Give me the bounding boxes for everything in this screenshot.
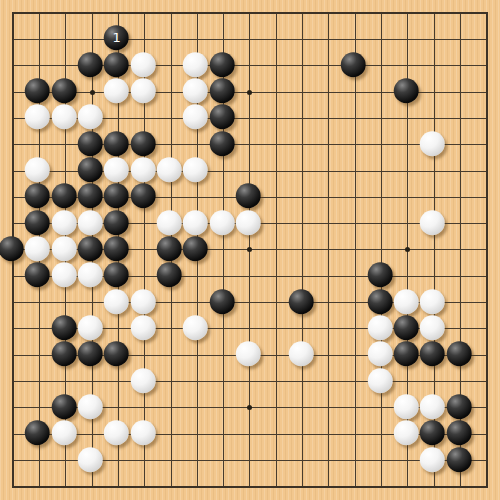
intersection[interactable]: [316, 342, 342, 368]
intersection[interactable]: [316, 263, 342, 289]
intersection[interactable]: [342, 0, 368, 26]
intersection[interactable]: [53, 342, 79, 368]
intersection[interactable]: [211, 237, 237, 263]
intersection[interactable]: [342, 263, 368, 289]
intersection[interactable]: [211, 395, 237, 421]
intersection[interactable]: [237, 158, 263, 184]
intersection[interactable]: [368, 342, 394, 368]
intersection[interactable]: [0, 132, 26, 158]
intersection[interactable]: [184, 158, 210, 184]
intersection[interactable]: [184, 289, 210, 315]
intersection[interactable]: [474, 368, 500, 394]
intersection[interactable]: [447, 211, 473, 237]
intersection[interactable]: [26, 53, 52, 79]
intersection[interactable]: [53, 421, 79, 447]
intersection[interactable]: [26, 342, 52, 368]
intersection[interactable]: [289, 158, 315, 184]
intersection[interactable]: [447, 342, 473, 368]
intersection[interactable]: [211, 158, 237, 184]
intersection[interactable]: [447, 395, 473, 421]
intersection[interactable]: [342, 26, 368, 52]
intersection[interactable]: [158, 368, 184, 394]
intersection[interactable]: [79, 474, 105, 500]
intersection[interactable]: [184, 0, 210, 26]
intersection[interactable]: [342, 368, 368, 394]
intersection[interactable]: [79, 105, 105, 131]
intersection[interactable]: [158, 0, 184, 26]
intersection[interactable]: [211, 263, 237, 289]
intersection[interactable]: [263, 421, 289, 447]
intersection[interactable]: [474, 421, 500, 447]
intersection[interactable]: [79, 184, 105, 210]
intersection[interactable]: [105, 316, 131, 342]
intersection[interactable]: [289, 211, 315, 237]
intersection[interactable]: [0, 53, 26, 79]
intersection[interactable]: [0, 368, 26, 394]
intersection[interactable]: [289, 79, 315, 105]
intersection[interactable]: [53, 395, 79, 421]
intersection[interactable]: [289, 105, 315, 131]
intersection[interactable]: [263, 105, 289, 131]
intersection[interactable]: [289, 447, 315, 473]
intersection[interactable]: [53, 53, 79, 79]
intersection[interactable]: [368, 395, 394, 421]
intersection[interactable]: [184, 184, 210, 210]
intersection[interactable]: [211, 211, 237, 237]
intersection[interactable]: [0, 0, 26, 26]
intersection[interactable]: [26, 395, 52, 421]
intersection[interactable]: [263, 53, 289, 79]
intersection[interactable]: [211, 289, 237, 315]
intersection[interactable]: [368, 79, 394, 105]
intersection[interactable]: [395, 132, 421, 158]
intersection[interactable]: [184, 237, 210, 263]
intersection[interactable]: [342, 342, 368, 368]
intersection[interactable]: [0, 79, 26, 105]
intersection[interactable]: [289, 0, 315, 26]
intersection[interactable]: [132, 421, 158, 447]
intersection[interactable]: [237, 0, 263, 26]
intersection[interactable]: [79, 26, 105, 52]
intersection[interactable]: [395, 237, 421, 263]
intersection[interactable]: [132, 26, 158, 52]
intersection[interactable]: [447, 105, 473, 131]
intersection[interactable]: [53, 316, 79, 342]
intersection[interactable]: [53, 158, 79, 184]
intersection[interactable]: [0, 316, 26, 342]
intersection[interactable]: [395, 447, 421, 473]
intersection[interactable]: [289, 26, 315, 52]
intersection[interactable]: [263, 237, 289, 263]
intersection[interactable]: [184, 263, 210, 289]
intersection[interactable]: [421, 53, 447, 79]
intersection[interactable]: [105, 395, 131, 421]
intersection[interactable]: [342, 237, 368, 263]
intersection[interactable]: [79, 395, 105, 421]
intersection[interactable]: [263, 158, 289, 184]
intersection[interactable]: [26, 0, 52, 26]
intersection[interactable]: [421, 447, 447, 473]
intersection[interactable]: [263, 368, 289, 394]
intersection[interactable]: [53, 447, 79, 473]
intersection[interactable]: [289, 132, 315, 158]
intersection[interactable]: [263, 474, 289, 500]
intersection[interactable]: [132, 211, 158, 237]
intersection[interactable]: [316, 368, 342, 394]
intersection[interactable]: [316, 184, 342, 210]
intersection[interactable]: [211, 132, 237, 158]
intersection[interactable]: [132, 237, 158, 263]
intersection[interactable]: [53, 132, 79, 158]
intersection[interactable]: [289, 237, 315, 263]
intersection[interactable]: [53, 263, 79, 289]
intersection[interactable]: [132, 316, 158, 342]
intersection[interactable]: [184, 395, 210, 421]
intersection[interactable]: [237, 395, 263, 421]
intersection[interactable]: [421, 0, 447, 26]
intersection[interactable]: [0, 421, 26, 447]
intersection[interactable]: 1: [105, 26, 131, 52]
intersection[interactable]: [0, 474, 26, 500]
intersection[interactable]: [447, 158, 473, 184]
intersection[interactable]: [184, 368, 210, 394]
intersection[interactable]: [26, 26, 52, 52]
intersection[interactable]: [342, 79, 368, 105]
intersection[interactable]: [395, 342, 421, 368]
intersection[interactable]: [105, 0, 131, 26]
intersection[interactable]: [26, 421, 52, 447]
intersection[interactable]: [26, 211, 52, 237]
intersection[interactable]: [263, 211, 289, 237]
intersection[interactable]: [184, 53, 210, 79]
intersection[interactable]: [447, 316, 473, 342]
intersection[interactable]: [395, 289, 421, 315]
intersection[interactable]: [105, 421, 131, 447]
intersection[interactable]: [447, 421, 473, 447]
intersection[interactable]: [53, 26, 79, 52]
intersection[interactable]: [158, 316, 184, 342]
intersection[interactable]: [53, 184, 79, 210]
intersection[interactable]: [158, 105, 184, 131]
intersection[interactable]: [474, 79, 500, 105]
intersection[interactable]: [263, 26, 289, 52]
intersection[interactable]: [158, 474, 184, 500]
intersection[interactable]: [316, 237, 342, 263]
intersection[interactable]: [447, 79, 473, 105]
intersection[interactable]: [316, 421, 342, 447]
intersection[interactable]: [368, 447, 394, 473]
intersection[interactable]: [26, 263, 52, 289]
intersection[interactable]: [447, 53, 473, 79]
intersection[interactable]: [211, 53, 237, 79]
intersection[interactable]: [316, 53, 342, 79]
intersection[interactable]: [289, 53, 315, 79]
intersection[interactable]: [53, 0, 79, 26]
intersection[interactable]: [421, 132, 447, 158]
intersection[interactable]: [0, 184, 26, 210]
intersection[interactable]: [447, 0, 473, 26]
intersection[interactable]: [316, 158, 342, 184]
intersection[interactable]: [79, 316, 105, 342]
intersection[interactable]: [105, 211, 131, 237]
intersection[interactable]: [289, 263, 315, 289]
intersection[interactable]: [158, 132, 184, 158]
intersection[interactable]: [158, 395, 184, 421]
intersection[interactable]: [263, 447, 289, 473]
intersection[interactable]: [342, 158, 368, 184]
intersection[interactable]: [211, 184, 237, 210]
intersection[interactable]: [237, 237, 263, 263]
intersection[interactable]: [342, 474, 368, 500]
intersection[interactable]: [211, 342, 237, 368]
intersection[interactable]: [237, 447, 263, 473]
intersection[interactable]: [289, 184, 315, 210]
intersection[interactable]: [447, 263, 473, 289]
intersection[interactable]: [184, 342, 210, 368]
intersection[interactable]: [342, 447, 368, 473]
intersection[interactable]: [474, 105, 500, 131]
intersection[interactable]: [26, 368, 52, 394]
intersection[interactable]: [342, 132, 368, 158]
intersection[interactable]: [237, 368, 263, 394]
intersection[interactable]: [395, 316, 421, 342]
intersection[interactable]: [79, 342, 105, 368]
intersection[interactable]: [0, 447, 26, 473]
intersection[interactable]: [447, 26, 473, 52]
intersection[interactable]: [395, 158, 421, 184]
intersection[interactable]: [342, 184, 368, 210]
intersection[interactable]: [237, 211, 263, 237]
intersection[interactable]: [26, 237, 52, 263]
intersection[interactable]: [237, 53, 263, 79]
intersection[interactable]: [316, 474, 342, 500]
intersection[interactable]: [211, 474, 237, 500]
intersection[interactable]: [395, 474, 421, 500]
intersection[interactable]: [421, 184, 447, 210]
intersection[interactable]: [368, 158, 394, 184]
intersection[interactable]: [211, 368, 237, 394]
intersection[interactable]: [421, 158, 447, 184]
intersection[interactable]: [395, 211, 421, 237]
intersection[interactable]: [132, 474, 158, 500]
intersection[interactable]: [26, 447, 52, 473]
intersection[interactable]: [105, 132, 131, 158]
intersection[interactable]: [0, 342, 26, 368]
intersection[interactable]: [53, 105, 79, 131]
intersection[interactable]: [158, 289, 184, 315]
intersection[interactable]: [211, 79, 237, 105]
intersection[interactable]: [474, 316, 500, 342]
intersection[interactable]: [211, 421, 237, 447]
intersection[interactable]: [447, 289, 473, 315]
intersection[interactable]: [447, 132, 473, 158]
intersection[interactable]: [289, 368, 315, 394]
intersection[interactable]: [105, 237, 131, 263]
intersection[interactable]: [263, 395, 289, 421]
intersection[interactable]: [237, 316, 263, 342]
intersection[interactable]: [105, 184, 131, 210]
intersection[interactable]: [132, 342, 158, 368]
intersection[interactable]: [289, 316, 315, 342]
intersection[interactable]: [0, 105, 26, 131]
intersection[interactable]: [395, 395, 421, 421]
intersection[interactable]: [158, 211, 184, 237]
intersection[interactable]: [105, 53, 131, 79]
intersection[interactable]: [342, 421, 368, 447]
intersection[interactable]: [316, 447, 342, 473]
intersection[interactable]: [158, 79, 184, 105]
intersection[interactable]: [158, 26, 184, 52]
intersection[interactable]: [342, 53, 368, 79]
intersection[interactable]: [421, 342, 447, 368]
intersection[interactable]: [26, 158, 52, 184]
intersection[interactable]: [316, 0, 342, 26]
intersection[interactable]: [395, 79, 421, 105]
intersection[interactable]: [105, 158, 131, 184]
intersection[interactable]: [474, 342, 500, 368]
intersection[interactable]: [79, 132, 105, 158]
intersection[interactable]: [132, 53, 158, 79]
intersection[interactable]: [474, 132, 500, 158]
intersection[interactable]: [289, 474, 315, 500]
intersection[interactable]: [368, 132, 394, 158]
intersection[interactable]: [368, 26, 394, 52]
intersection[interactable]: [26, 184, 52, 210]
intersection[interactable]: [368, 263, 394, 289]
intersection[interactable]: [342, 316, 368, 342]
intersection[interactable]: [237, 263, 263, 289]
intersection[interactable]: [395, 0, 421, 26]
intersection[interactable]: [79, 289, 105, 315]
intersection[interactable]: [263, 0, 289, 26]
intersection[interactable]: [184, 211, 210, 237]
intersection[interactable]: [368, 421, 394, 447]
intersection[interactable]: [447, 237, 473, 263]
intersection[interactable]: [316, 395, 342, 421]
intersection[interactable]: [158, 184, 184, 210]
intersection[interactable]: [474, 263, 500, 289]
intersection[interactable]: [132, 132, 158, 158]
intersection[interactable]: [184, 79, 210, 105]
intersection[interactable]: [0, 158, 26, 184]
intersection[interactable]: [211, 26, 237, 52]
intersection[interactable]: [184, 105, 210, 131]
intersection[interactable]: [105, 368, 131, 394]
intersection[interactable]: [342, 395, 368, 421]
intersection[interactable]: [263, 79, 289, 105]
intersection[interactable]: [316, 79, 342, 105]
intersection[interactable]: [263, 184, 289, 210]
intersection[interactable]: [421, 263, 447, 289]
intersection[interactable]: [237, 132, 263, 158]
intersection[interactable]: [132, 184, 158, 210]
intersection[interactable]: [237, 289, 263, 315]
intersection[interactable]: [53, 79, 79, 105]
intersection[interactable]: [421, 289, 447, 315]
intersection[interactable]: [395, 421, 421, 447]
intersection[interactable]: [184, 26, 210, 52]
intersection[interactable]: [211, 105, 237, 131]
intersection[interactable]: [447, 474, 473, 500]
intersection[interactable]: [53, 368, 79, 394]
intersection[interactable]: [79, 447, 105, 473]
intersection[interactable]: [158, 447, 184, 473]
intersection[interactable]: [105, 105, 131, 131]
intersection[interactable]: [105, 447, 131, 473]
intersection[interactable]: [0, 395, 26, 421]
intersection[interactable]: [474, 158, 500, 184]
intersection[interactable]: [263, 132, 289, 158]
intersection[interactable]: [26, 105, 52, 131]
intersection[interactable]: [342, 105, 368, 131]
intersection[interactable]: [184, 132, 210, 158]
intersection[interactable]: [184, 447, 210, 473]
intersection[interactable]: [132, 0, 158, 26]
intersection[interactable]: [105, 342, 131, 368]
intersection[interactable]: [474, 447, 500, 473]
intersection[interactable]: [368, 289, 394, 315]
intersection[interactable]: [421, 211, 447, 237]
intersection[interactable]: [316, 289, 342, 315]
intersection[interactable]: [289, 421, 315, 447]
intersection[interactable]: [0, 211, 26, 237]
intersection[interactable]: [263, 289, 289, 315]
intersection[interactable]: [105, 79, 131, 105]
intersection[interactable]: [26, 289, 52, 315]
intersection[interactable]: [474, 0, 500, 26]
intersection[interactable]: [0, 289, 26, 315]
intersection[interactable]: [105, 474, 131, 500]
intersection[interactable]: [79, 421, 105, 447]
intersection[interactable]: [447, 368, 473, 394]
intersection[interactable]: [237, 474, 263, 500]
intersection[interactable]: [132, 447, 158, 473]
go-board-grid[interactable]: 1: [0, 0, 500, 500]
intersection[interactable]: [421, 395, 447, 421]
intersection[interactable]: [474, 26, 500, 52]
intersection[interactable]: [316, 211, 342, 237]
intersection[interactable]: [184, 474, 210, 500]
intersection[interactable]: [79, 158, 105, 184]
intersection[interactable]: [158, 421, 184, 447]
intersection[interactable]: [211, 0, 237, 26]
intersection[interactable]: [395, 26, 421, 52]
intersection[interactable]: [132, 105, 158, 131]
intersection[interactable]: [263, 263, 289, 289]
intersection[interactable]: [263, 316, 289, 342]
intersection[interactable]: [447, 184, 473, 210]
intersection[interactable]: [79, 368, 105, 394]
intersection[interactable]: [289, 395, 315, 421]
intersection[interactable]: [421, 79, 447, 105]
intersection[interactable]: [474, 211, 500, 237]
intersection[interactable]: [0, 26, 26, 52]
intersection[interactable]: [237, 105, 263, 131]
intersection[interactable]: [474, 53, 500, 79]
intersection[interactable]: [105, 263, 131, 289]
intersection[interactable]: [368, 53, 394, 79]
intersection[interactable]: [421, 105, 447, 131]
intersection[interactable]: [316, 316, 342, 342]
intersection[interactable]: [184, 421, 210, 447]
intersection[interactable]: [79, 79, 105, 105]
intersection[interactable]: [289, 289, 315, 315]
intersection[interactable]: [474, 474, 500, 500]
intersection[interactable]: [0, 263, 26, 289]
intersection[interactable]: [184, 316, 210, 342]
intersection[interactable]: [26, 316, 52, 342]
intersection[interactable]: [395, 53, 421, 79]
